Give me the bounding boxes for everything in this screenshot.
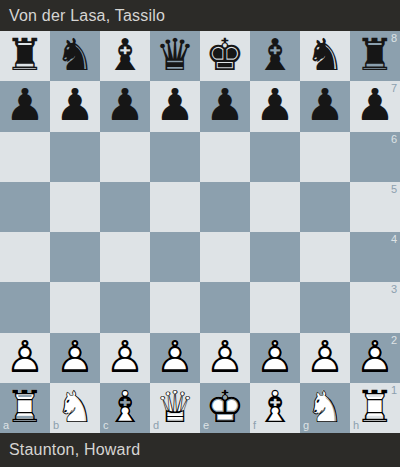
square-c2[interactable]: ♟♙ — [100, 333, 150, 383]
piece-fill-glyph: ♟ — [305, 83, 344, 127]
piece-fill-glyph: ♟ — [105, 83, 144, 127]
piece-black-rook[interactable]: ♜ — [0, 31, 50, 81]
file-label-b: b — [53, 420, 59, 431]
square-g2[interactable]: ♟♙ — [300, 333, 350, 383]
square-c4[interactable] — [100, 232, 150, 282]
piece-outline-glyph: ♕ — [155, 385, 194, 429]
square-a5[interactable] — [0, 182, 50, 232]
square-h5[interactable]: 5 — [350, 182, 400, 232]
square-a1[interactable]: ♜♖a — [0, 383, 50, 433]
square-c6[interactable] — [100, 132, 150, 182]
square-f1[interactable]: ♝♗f — [250, 383, 300, 433]
square-d2[interactable]: ♟♙ — [150, 333, 200, 383]
square-g1[interactable]: ♞♘g — [300, 383, 350, 433]
square-b7[interactable]: ♟ — [50, 81, 100, 131]
piece-outline-glyph: ♘ — [305, 385, 344, 429]
piece-black-bishop[interactable]: ♝ — [100, 31, 150, 81]
rank-label-3: 3 — [391, 284, 397, 295]
square-g7[interactable]: ♟ — [300, 81, 350, 131]
square-c5[interactable] — [100, 182, 150, 232]
square-d8[interactable]: ♛ — [150, 31, 200, 81]
piece-outline-glyph: ♗ — [255, 385, 294, 429]
square-e5[interactable] — [200, 182, 250, 232]
piece-fill-glyph: ♟ — [355, 83, 394, 127]
piece-fill-glyph: ♞ — [55, 33, 94, 77]
file-label-c: c — [103, 420, 109, 431]
piece-fill-glyph: ♜ — [355, 33, 394, 77]
piece-black-knight[interactable]: ♞ — [300, 31, 350, 81]
square-h7[interactable]: ♟7 — [350, 81, 400, 131]
piece-white-pawn[interactable]: ♟♙ — [150, 333, 200, 383]
piece-outline-glyph: ♙ — [55, 335, 94, 379]
piece-white-bishop[interactable]: ♝♗ — [250, 383, 300, 433]
square-f7[interactable]: ♟ — [250, 81, 300, 131]
player-bottom-bar: Staunton, Howard — [0, 433, 400, 467]
file-label-d: d — [153, 420, 159, 431]
piece-black-pawn[interactable]: ♟ — [50, 81, 100, 131]
piece-black-pawn[interactable]: ♟ — [100, 81, 150, 131]
square-a8[interactable]: ♜ — [0, 31, 50, 81]
file-label-h: h — [353, 420, 359, 431]
piece-fill-glyph: ♝ — [105, 33, 144, 77]
piece-black-pawn[interactable]: ♟ — [200, 81, 250, 131]
rank-label-6: 6 — [391, 134, 397, 145]
piece-fill-glyph: ♚ — [205, 33, 244, 77]
square-e8[interactable]: ♚ — [200, 31, 250, 81]
piece-white-pawn[interactable]: ♟♙ — [200, 333, 250, 383]
square-f6[interactable] — [250, 132, 300, 182]
square-d5[interactable] — [150, 182, 200, 232]
square-e1[interactable]: ♚♔e — [200, 383, 250, 433]
square-g5[interactable] — [300, 182, 350, 232]
square-b3[interactable] — [50, 282, 100, 332]
square-a7[interactable]: ♟ — [0, 81, 50, 131]
piece-black-pawn[interactable]: ♟ — [250, 81, 300, 131]
square-d6[interactable] — [150, 132, 200, 182]
square-b4[interactable] — [50, 232, 100, 282]
square-e6[interactable] — [200, 132, 250, 182]
chess-board: ♜♞♝♛♚♝♞♜8♟♟♟♟♟♟♟♟76543♟♙♟♙♟♙♟♙♟♙♟♙♟♙♟♙2♜… — [0, 31, 400, 433]
piece-fill-glyph: ♝ — [255, 33, 294, 77]
square-a3[interactable] — [0, 282, 50, 332]
rank-label-4: 4 — [391, 234, 397, 245]
piece-outline-glyph: ♔ — [205, 385, 244, 429]
piece-white-pawn[interactable]: ♟♙ — [0, 333, 50, 383]
piece-outline-glyph: ♙ — [305, 335, 344, 379]
piece-outline-glyph: ♙ — [5, 335, 44, 379]
square-h2[interactable]: ♟♙2 — [350, 333, 400, 383]
square-f3[interactable] — [250, 282, 300, 332]
square-f2[interactable]: ♟♙ — [250, 333, 300, 383]
piece-outline-glyph: ♗ — [105, 385, 144, 429]
piece-fill-glyph: ♟ — [55, 83, 94, 127]
piece-outline-glyph: ♙ — [255, 335, 294, 379]
square-h1[interactable]: ♜♖1h — [350, 383, 400, 433]
square-c7[interactable]: ♟ — [100, 81, 150, 131]
rank-label-2: 2 — [391, 335, 397, 346]
piece-fill-glyph: ♜ — [5, 33, 44, 77]
piece-outline-glyph: ♙ — [155, 335, 194, 379]
square-f5[interactable] — [250, 182, 300, 232]
piece-fill-glyph: ♛ — [155, 33, 194, 77]
square-b5[interactable] — [50, 182, 100, 232]
square-h3[interactable]: 3 — [350, 282, 400, 332]
rank-label-5: 5 — [391, 184, 397, 195]
square-e7[interactable]: ♟ — [200, 81, 250, 131]
square-d7[interactable]: ♟ — [150, 81, 200, 131]
file-label-a: a — [3, 420, 9, 431]
square-g8[interactable]: ♞ — [300, 31, 350, 81]
piece-black-knight[interactable]: ♞ — [50, 31, 100, 81]
piece-outline-glyph: ♙ — [355, 335, 394, 379]
piece-black-king[interactable]: ♚ — [200, 31, 250, 81]
square-b2[interactable]: ♟♙ — [50, 333, 100, 383]
piece-black-pawn[interactable]: ♟ — [0, 81, 50, 131]
square-a6[interactable] — [0, 132, 50, 182]
square-a2[interactable]: ♟♙ — [0, 333, 50, 383]
square-d4[interactable] — [150, 232, 200, 282]
player-top-name: Von der Lasa, Tassilo — [9, 7, 165, 25]
piece-white-pawn[interactable]: ♟♙ — [50, 333, 100, 383]
piece-outline-glyph: ♖ — [5, 385, 44, 429]
piece-outline-glyph: ♙ — [205, 335, 244, 379]
piece-white-pawn[interactable]: ♟♙ — [250, 333, 300, 383]
file-label-f: f — [253, 420, 256, 431]
square-e3[interactable] — [200, 282, 250, 332]
square-c1[interactable]: ♝♗c — [100, 383, 150, 433]
piece-black-pawn[interactable]: ♟ — [300, 81, 350, 131]
square-g4[interactable] — [300, 232, 350, 282]
square-c3[interactable] — [100, 282, 150, 332]
piece-black-bishop[interactable]: ♝ — [250, 31, 300, 81]
piece-black-queen[interactable]: ♛ — [150, 31, 200, 81]
square-h8[interactable]: ♜8 — [350, 31, 400, 81]
square-b6[interactable] — [50, 132, 100, 182]
square-g6[interactable] — [300, 132, 350, 182]
square-g3[interactable] — [300, 282, 350, 332]
piece-fill-glyph: ♟ — [155, 83, 194, 127]
piece-outline-glyph: ♙ — [105, 335, 144, 379]
square-e2[interactable]: ♟♙ — [200, 333, 250, 383]
file-label-e: e — [203, 420, 209, 431]
square-a4[interactable] — [0, 232, 50, 282]
piece-fill-glyph: ♟ — [205, 83, 244, 127]
piece-fill-glyph: ♟ — [5, 83, 44, 127]
piece-fill-glyph: ♟ — [255, 83, 294, 127]
player-bottom-name: Staunton, Howard — [9, 441, 140, 459]
piece-outline-glyph: ♘ — [55, 385, 94, 429]
piece-white-pawn[interactable]: ♟♙ — [100, 333, 150, 383]
rank-label-8: 8 — [391, 33, 397, 44]
piece-fill-glyph: ♞ — [305, 33, 344, 77]
player-top-bar: Von der Lasa, Tassilo — [0, 0, 400, 31]
square-d1[interactable]: ♛♕d — [150, 383, 200, 433]
square-f8[interactable]: ♝ — [250, 31, 300, 81]
square-f4[interactable] — [250, 232, 300, 282]
rank-label-7: 7 — [391, 83, 397, 94]
piece-black-pawn[interactable]: ♟ — [150, 81, 200, 131]
square-d3[interactable] — [150, 282, 200, 332]
square-b1[interactable]: ♞♘b — [50, 383, 100, 433]
rank-label-1: 1 — [391, 385, 397, 396]
square-e4[interactable] — [200, 232, 250, 282]
square-c8[interactable]: ♝ — [100, 31, 150, 81]
square-h6[interactable]: 6 — [350, 132, 400, 182]
square-h4[interactable]: 4 — [350, 232, 400, 282]
piece-white-pawn[interactable]: ♟♙ — [300, 333, 350, 383]
square-b8[interactable]: ♞ — [50, 31, 100, 81]
piece-outline-glyph: ♖ — [355, 385, 394, 429]
file-label-g: g — [303, 420, 309, 431]
